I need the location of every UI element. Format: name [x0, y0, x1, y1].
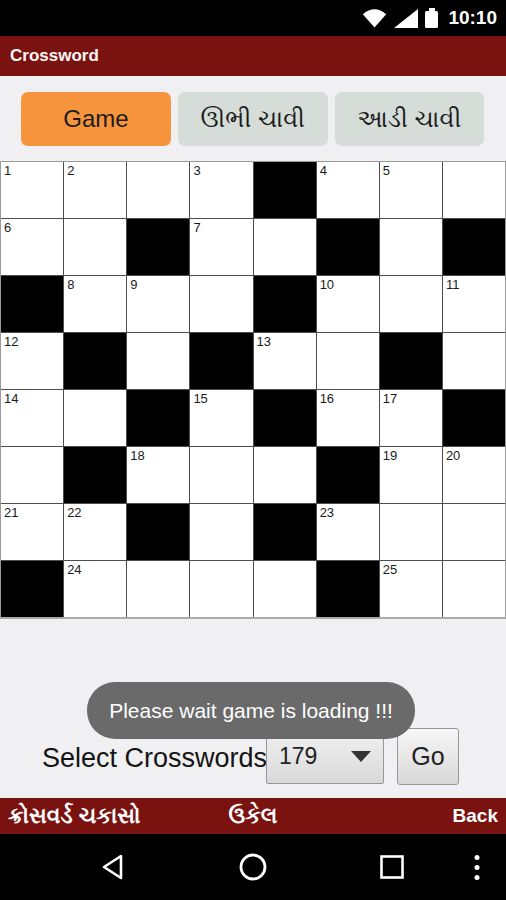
- black-cell-r6c2: [64, 447, 126, 503]
- android-nav-bar: [0, 834, 506, 900]
- white-cell-r3c6[interactable]: 10: [317, 276, 379, 332]
- solution-button[interactable]: ઉકેલ: [229, 803, 278, 829]
- black-cell-r3c5: [254, 276, 316, 332]
- clue-number: 5: [383, 163, 390, 178]
- white-cell-r6c4[interactable]: [190, 447, 252, 503]
- white-cell-r4c3[interactable]: [127, 333, 189, 389]
- white-cell-r7c1[interactable]: 21: [1, 504, 63, 560]
- white-cell-r1c4[interactable]: 3: [190, 162, 252, 218]
- black-cell-r8c6: [317, 561, 379, 617]
- clue-number: 11: [446, 277, 460, 292]
- clue-number: 17: [383, 391, 397, 406]
- white-cell-r2c5[interactable]: [254, 219, 316, 275]
- white-cell-r8c4[interactable]: [190, 561, 252, 617]
- check-crossword-button[interactable]: ક્રોસવર્ડ ચકાસો: [8, 803, 141, 829]
- white-cell-r5c2[interactable]: [64, 390, 126, 446]
- loading-toast: Please wait game is loading !!!: [87, 682, 415, 739]
- white-cell-r6c7[interactable]: 19: [380, 447, 442, 503]
- white-cell-r7c2[interactable]: 22: [64, 504, 126, 560]
- black-cell-r5c3: [127, 390, 189, 446]
- white-cell-r1c8[interactable]: [443, 162, 505, 218]
- go-button[interactable]: Go: [397, 728, 459, 785]
- white-cell-r4c1[interactable]: 12: [1, 333, 63, 389]
- black-cell-r7c3: [127, 504, 189, 560]
- white-cell-r5c6[interactable]: 16: [317, 390, 379, 446]
- white-cell-r3c8[interactable]: 11: [443, 276, 505, 332]
- white-cell-r1c6[interactable]: 4: [317, 162, 379, 218]
- white-cell-r6c1[interactable]: [1, 447, 63, 503]
- white-cell-r4c8[interactable]: [443, 333, 505, 389]
- back-button[interactable]: Back: [453, 805, 498, 827]
- clue-number: 14: [4, 391, 18, 406]
- clue-number: 23: [320, 505, 334, 520]
- chevron-down-icon: [351, 751, 371, 762]
- clue-number: 4: [320, 163, 327, 178]
- black-cell-r5c5: [254, 390, 316, 446]
- content-area: Game ઊભી ચાવી આડી ચાવી 12345678910111213…: [0, 76, 506, 798]
- black-cell-r3c1: [1, 276, 63, 332]
- black-cell-r4c4: [190, 333, 252, 389]
- white-cell-r8c2[interactable]: 24: [64, 561, 126, 617]
- dropdown-selected-value: 179: [279, 743, 317, 770]
- black-cell-r7c5: [254, 504, 316, 560]
- white-cell-r4c6[interactable]: [317, 333, 379, 389]
- wifi-icon: [362, 9, 387, 28]
- clue-number: 10: [320, 277, 334, 292]
- clock: 10:10: [448, 7, 497, 29]
- clue-number: 21: [4, 505, 18, 520]
- white-cell-r2c7[interactable]: [380, 219, 442, 275]
- white-cell-r7c6[interactable]: 23: [317, 504, 379, 560]
- clue-number: 8: [67, 277, 74, 292]
- black-cell-r4c7: [380, 333, 442, 389]
- app-bar: Crossword: [0, 36, 506, 76]
- clue-number: 13: [257, 334, 271, 349]
- white-cell-r3c2[interactable]: 8: [64, 276, 126, 332]
- white-cell-r7c7[interactable]: [380, 504, 442, 560]
- black-cell-r1c5: [254, 162, 316, 218]
- white-cell-r8c7[interactable]: 25: [380, 561, 442, 617]
- nav-back-icon[interactable]: [100, 853, 126, 881]
- clue-number: 3: [193, 163, 200, 178]
- white-cell-r7c4[interactable]: [190, 504, 252, 560]
- white-cell-r5c4[interactable]: 15: [190, 390, 252, 446]
- tab-button-row: Game ઊભી ચાવી આડી ચાવી: [0, 92, 506, 146]
- toast-message: Please wait game is loading !!!: [109, 699, 393, 723]
- clue-number: 25: [383, 562, 397, 577]
- white-cell-r6c3[interactable]: 18: [127, 447, 189, 503]
- select-crosswords-label: Select Crosswords: [42, 743, 267, 774]
- nav-home-icon[interactable]: [238, 852, 268, 882]
- clue-number: 20: [446, 448, 460, 463]
- white-cell-r1c7[interactable]: 5: [380, 162, 442, 218]
- black-cell-r2c3: [127, 219, 189, 275]
- black-cell-r6c6: [317, 447, 379, 503]
- black-cell-r4c2: [64, 333, 126, 389]
- game-button[interactable]: Game: [21, 92, 171, 146]
- clue-number: 1: [4, 163, 11, 178]
- white-cell-r8c3[interactable]: [127, 561, 189, 617]
- white-cell-r5c1[interactable]: 14: [1, 390, 63, 446]
- white-cell-r5c7[interactable]: 17: [380, 390, 442, 446]
- white-cell-r2c4[interactable]: 7: [190, 219, 252, 275]
- clue-number: 12: [4, 334, 18, 349]
- clue-number: 15: [193, 391, 207, 406]
- white-cell-r1c2[interactable]: 2: [64, 162, 126, 218]
- clue-number: 6: [4, 220, 11, 235]
- crossword-grid[interactable]: 1234567891011121314151617181920212223242…: [0, 161, 506, 619]
- white-cell-r1c1[interactable]: 1: [1, 162, 63, 218]
- white-cell-r2c1[interactable]: 6: [1, 219, 63, 275]
- white-cell-r3c7[interactable]: [380, 276, 442, 332]
- clue-number: 16: [320, 391, 334, 406]
- white-cell-r6c8[interactable]: 20: [443, 447, 505, 503]
- white-cell-r8c8[interactable]: [443, 561, 505, 617]
- black-cell-r5c8: [443, 390, 505, 446]
- clue-number: 19: [383, 448, 397, 463]
- white-cell-r6c5[interactable]: [254, 447, 316, 503]
- clue-number: 2: [67, 163, 74, 178]
- signal-icon: [394, 9, 418, 28]
- white-cell-r4c5[interactable]: 13: [254, 333, 316, 389]
- horizontal-clues-button[interactable]: આડી ચાવી: [335, 92, 485, 146]
- vertical-clues-button[interactable]: ઊભી ચાવી: [178, 92, 328, 146]
- white-cell-r7c8[interactable]: [443, 504, 505, 560]
- nav-recents-icon[interactable]: [380, 855, 405, 880]
- black-cell-r2c8: [443, 219, 505, 275]
- white-cell-r2c2[interactable]: [64, 219, 126, 275]
- black-cell-r8c1: [1, 561, 63, 617]
- white-cell-r3c3[interactable]: 9: [127, 276, 189, 332]
- status-bar: 10:10: [0, 0, 506, 36]
- clue-number: 18: [130, 448, 144, 463]
- clue-number: 24: [67, 562, 81, 577]
- overflow-menu-icon[interactable]: [475, 852, 480, 882]
- white-cell-r8c5[interactable]: [254, 561, 316, 617]
- clue-number: 7: [193, 220, 200, 235]
- white-cell-r1c3[interactable]: [127, 162, 189, 218]
- battery-icon: [425, 11, 438, 28]
- black-cell-r2c6: [317, 219, 379, 275]
- clue-number: 9: [130, 277, 137, 292]
- page-title: Crossword: [10, 46, 99, 66]
- clue-number: 22: [67, 505, 81, 520]
- bottom-action-bar: ક્રોસવર્ડ ચકાસો ઉકેલ Back: [0, 798, 506, 834]
- white-cell-r3c4[interactable]: [190, 276, 252, 332]
